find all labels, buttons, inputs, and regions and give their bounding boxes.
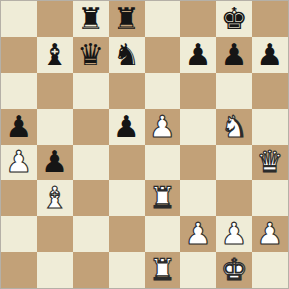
square-f6[interactable] — [180, 73, 216, 109]
square-c4[interactable] — [73, 145, 109, 181]
black-pawn[interactable]: ♟ — [37, 145, 73, 181]
white-bishop[interactable]: ♝ — [37, 180, 73, 216]
square-e6[interactable] — [145, 73, 181, 109]
white-rook[interactable]: ♜ — [145, 252, 181, 288]
square-e2[interactable] — [145, 216, 181, 252]
square-a7[interactable] — [1, 37, 37, 73]
square-f2[interactable]: ♟ — [180, 216, 216, 252]
black-pawn[interactable]: ♟ — [216, 37, 252, 73]
square-d8[interactable]: ♜ — [109, 1, 145, 37]
square-g1[interactable]: ♚ — [216, 252, 252, 288]
black-knight[interactable]: ♞ — [109, 37, 145, 73]
white-pawn[interactable]: ♟ — [145, 109, 181, 145]
square-h3[interactable] — [252, 180, 288, 216]
chess-board: ♜♜♚♝♛♞♟♟♟♟♟♟♞♟♟♛♝♜♟♟♟♜♚ — [0, 0, 289, 289]
square-c7[interactable]: ♛ — [73, 37, 109, 73]
square-f4[interactable] — [180, 145, 216, 181]
square-e8[interactable] — [145, 1, 181, 37]
square-d2[interactable] — [109, 216, 145, 252]
white-pawn[interactable]: ♟ — [216, 216, 252, 252]
square-g6[interactable] — [216, 73, 252, 109]
square-b1[interactable] — [37, 252, 73, 288]
square-d5[interactable]: ♟ — [109, 109, 145, 145]
square-c1[interactable] — [73, 252, 109, 288]
square-h2[interactable]: ♟ — [252, 216, 288, 252]
square-g3[interactable] — [216, 180, 252, 216]
square-a6[interactable] — [1, 73, 37, 109]
white-pawn[interactable]: ♟ — [180, 216, 216, 252]
black-bishop[interactable]: ♝ — [37, 37, 73, 73]
black-pawn[interactable]: ♟ — [180, 37, 216, 73]
square-g5[interactable]: ♞ — [216, 109, 252, 145]
square-e1[interactable]: ♜ — [145, 252, 181, 288]
square-b2[interactable] — [37, 216, 73, 252]
square-d7[interactable]: ♞ — [109, 37, 145, 73]
square-c5[interactable] — [73, 109, 109, 145]
white-king[interactable]: ♚ — [216, 252, 252, 288]
square-c6[interactable] — [73, 73, 109, 109]
square-h4[interactable]: ♛ — [252, 145, 288, 181]
black-pawn[interactable]: ♟ — [109, 109, 145, 145]
square-g4[interactable] — [216, 145, 252, 181]
black-rook[interactable]: ♜ — [109, 1, 145, 37]
square-a3[interactable] — [1, 180, 37, 216]
white-pawn[interactable]: ♟ — [1, 145, 37, 181]
square-h5[interactable] — [252, 109, 288, 145]
square-c2[interactable] — [73, 216, 109, 252]
square-f8[interactable] — [180, 1, 216, 37]
square-b3[interactable]: ♝ — [37, 180, 73, 216]
square-d3[interactable] — [109, 180, 145, 216]
square-d6[interactable] — [109, 73, 145, 109]
square-a1[interactable] — [1, 252, 37, 288]
black-pawn[interactable]: ♟ — [1, 109, 37, 145]
square-g7[interactable]: ♟ — [216, 37, 252, 73]
square-e7[interactable] — [145, 37, 181, 73]
square-a4[interactable]: ♟ — [1, 145, 37, 181]
square-h1[interactable] — [252, 252, 288, 288]
square-e4[interactable] — [145, 145, 181, 181]
white-rook[interactable]: ♜ — [145, 180, 181, 216]
square-b4[interactable]: ♟ — [37, 145, 73, 181]
square-b5[interactable] — [37, 109, 73, 145]
square-h6[interactable] — [252, 73, 288, 109]
square-b7[interactable]: ♝ — [37, 37, 73, 73]
black-king[interactable]: ♚ — [216, 1, 252, 37]
black-queen[interactable]: ♛ — [73, 37, 109, 73]
square-h8[interactable] — [252, 1, 288, 37]
square-g8[interactable]: ♚ — [216, 1, 252, 37]
black-rook[interactable]: ♜ — [73, 1, 109, 37]
square-a2[interactable] — [1, 216, 37, 252]
square-a8[interactable] — [1, 1, 37, 37]
square-d4[interactable] — [109, 145, 145, 181]
square-c8[interactable]: ♜ — [73, 1, 109, 37]
square-f5[interactable] — [180, 109, 216, 145]
square-h7[interactable]: ♟ — [252, 37, 288, 73]
square-e3[interactable]: ♜ — [145, 180, 181, 216]
square-b6[interactable] — [37, 73, 73, 109]
white-pawn[interactable]: ♟ — [252, 216, 288, 252]
white-queen[interactable]: ♛ — [252, 145, 288, 181]
square-f1[interactable] — [180, 252, 216, 288]
black-pawn[interactable]: ♟ — [252, 37, 288, 73]
square-b8[interactable] — [37, 1, 73, 37]
square-c3[interactable] — [73, 180, 109, 216]
square-d1[interactable] — [109, 252, 145, 288]
square-g2[interactable]: ♟ — [216, 216, 252, 252]
white-knight[interactable]: ♞ — [216, 109, 252, 145]
square-a5[interactable]: ♟ — [1, 109, 37, 145]
square-e5[interactable]: ♟ — [145, 109, 181, 145]
square-f7[interactable]: ♟ — [180, 37, 216, 73]
square-f3[interactable] — [180, 180, 216, 216]
